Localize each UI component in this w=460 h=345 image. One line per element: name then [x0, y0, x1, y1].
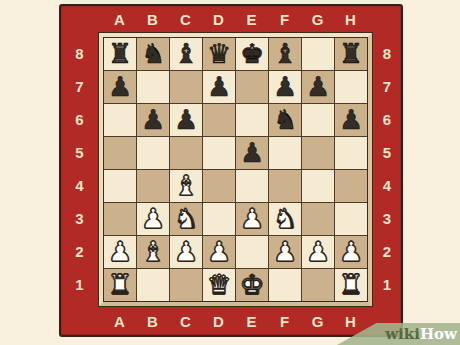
- file-label-bottom-c: C: [180, 314, 191, 329]
- square-f3: ♞: [269, 203, 301, 235]
- file-label-top-f: F: [280, 12, 289, 27]
- square-b8: ♞: [137, 38, 169, 70]
- square-e7: [236, 71, 268, 103]
- square-f6: ♞: [269, 104, 301, 136]
- square-d3: [203, 203, 235, 235]
- square-a4: [104, 170, 136, 202]
- white-queen-d1: ♛: [207, 271, 231, 298]
- file-label-bottom-h: H: [345, 314, 356, 329]
- square-f8: ♝: [269, 38, 301, 70]
- square-h5: [335, 137, 367, 169]
- white-pawn-b3: ♟: [141, 205, 165, 232]
- square-c6: ♟: [170, 104, 202, 136]
- file-label-top-c: C: [180, 12, 191, 27]
- square-e2: [236, 236, 268, 268]
- square-b3: ♟: [137, 203, 169, 235]
- white-rook-a1: ♜: [108, 271, 132, 298]
- square-d6: [203, 104, 235, 136]
- square-e4: [236, 170, 268, 202]
- rank-label-left-2: 2: [75, 244, 83, 259]
- square-c4: ♝: [170, 170, 202, 202]
- square-c5: [170, 137, 202, 169]
- black-rook-a8: ♜: [108, 40, 132, 67]
- file-label-top-g: G: [312, 12, 324, 27]
- square-h4: [335, 170, 367, 202]
- black-pawn-d7: ♟: [207, 73, 231, 100]
- file-label-bottom-a: A: [114, 314, 125, 329]
- file-label-bottom-b: B: [147, 314, 158, 329]
- file-labels-top: ABCDEFGH: [98, 6, 373, 32]
- white-pawn-c2: ♟: [174, 238, 198, 265]
- white-pawn-a2: ♟: [108, 238, 132, 265]
- black-bishop-c8: ♝: [174, 40, 198, 67]
- black-pawn-b6: ♟: [141, 106, 165, 133]
- board-bevel: ♜♞♝♛♚♝♜♟♟♟♟♟♟♞♟♟♝♟♞♟♞♟♝♟♟♟♟♟♜♛♚♜: [98, 32, 373, 307]
- rank-label-right-8: 8: [383, 46, 391, 61]
- black-pawn-h6: ♟: [339, 106, 363, 133]
- file-label-bottom-f: F: [280, 314, 289, 329]
- square-g7: ♟: [302, 71, 334, 103]
- square-c7: [170, 71, 202, 103]
- square-g5: [302, 137, 334, 169]
- rank-label-left-1: 1: [75, 277, 83, 292]
- rank-label-right-1: 1: [383, 277, 391, 292]
- board: ♜♞♝♛♚♝♜♟♟♟♟♟♟♞♟♟♝♟♞♟♞♟♝♟♟♟♟♟♜♛♚♜: [103, 37, 368, 302]
- white-knight-c3: ♞: [174, 205, 198, 232]
- square-b2: ♝: [137, 236, 169, 268]
- black-queen-d8: ♛: [207, 40, 231, 67]
- square-d4: [203, 170, 235, 202]
- square-a8: ♜: [104, 38, 136, 70]
- white-pawn-g2: ♟: [306, 238, 330, 265]
- square-h1: ♜: [335, 269, 367, 301]
- square-d8: ♛: [203, 38, 235, 70]
- file-label-top-h: H: [345, 12, 356, 27]
- square-f7: ♟: [269, 71, 301, 103]
- file-label-top-d: D: [213, 12, 224, 27]
- black-rook-h8: ♜: [339, 40, 363, 67]
- square-e5: ♟: [236, 137, 268, 169]
- rank-label-right-4: 4: [383, 178, 391, 193]
- black-pawn-g7: ♟: [306, 73, 330, 100]
- rank-label-left-7: 7: [75, 79, 83, 94]
- file-label-top-a: A: [114, 12, 125, 27]
- square-h3: [335, 203, 367, 235]
- black-knight-f6: ♞: [273, 106, 297, 133]
- black-knight-b8: ♞: [141, 40, 165, 67]
- square-g3: [302, 203, 334, 235]
- square-b7: [137, 71, 169, 103]
- square-b5: [137, 137, 169, 169]
- square-e1: ♚: [236, 269, 268, 301]
- white-pawn-f2: ♟: [273, 238, 297, 265]
- square-h6: ♟: [335, 104, 367, 136]
- square-f2: ♟: [269, 236, 301, 268]
- white-pawn-h2: ♟: [339, 238, 363, 265]
- square-a6: [104, 104, 136, 136]
- rank-label-right-7: 7: [383, 79, 391, 94]
- rank-labels-right: 87654321: [373, 32, 401, 307]
- watermark-wiki-text: wiki: [385, 325, 420, 343]
- file-label-top-b: B: [147, 12, 158, 27]
- white-knight-f3: ♞: [273, 205, 297, 232]
- square-b6: ♟: [137, 104, 169, 136]
- square-f1: [269, 269, 301, 301]
- square-g8: [302, 38, 334, 70]
- rank-label-right-6: 6: [383, 112, 391, 127]
- square-a3: [104, 203, 136, 235]
- rank-label-left-8: 8: [75, 46, 83, 61]
- square-c3: ♞: [170, 203, 202, 235]
- square-g4: [302, 170, 334, 202]
- square-a7: ♟: [104, 71, 136, 103]
- square-d1: ♛: [203, 269, 235, 301]
- square-h8: ♜: [335, 38, 367, 70]
- rank-label-left-6: 6: [75, 112, 83, 127]
- square-d7: ♟: [203, 71, 235, 103]
- square-d2: ♟: [203, 236, 235, 268]
- rank-label-left-4: 4: [75, 178, 83, 193]
- square-h7: [335, 71, 367, 103]
- white-bishop-b2: ♝: [141, 238, 165, 265]
- black-pawn-a7: ♟: [108, 73, 132, 100]
- square-e6: [236, 104, 268, 136]
- square-c1: [170, 269, 202, 301]
- square-a2: ♟: [104, 236, 136, 268]
- square-e8: ♚: [236, 38, 268, 70]
- square-g2: ♟: [302, 236, 334, 268]
- file-label-bottom-e: E: [246, 314, 256, 329]
- rank-label-right-5: 5: [383, 145, 391, 160]
- board-frame: ABCDEFGH 87654321 ♜♞♝♛♚♝♜♟♟♟♟♟♟♞♟♟♝♟♞♟♞♟…: [59, 4, 403, 337]
- file-label-top-e: E: [246, 12, 256, 27]
- black-bishop-f8: ♝: [273, 40, 297, 67]
- white-pawn-d2: ♟: [207, 238, 231, 265]
- watermark-how-text: How: [420, 325, 457, 343]
- chess-diagram: ABCDEFGH 87654321 ♜♞♝♛♚♝♜♟♟♟♟♟♟♞♟♟♝♟♞♟♞♟…: [0, 0, 460, 345]
- file-labels-bottom: ABCDEFGH: [98, 307, 373, 335]
- square-e3: ♟: [236, 203, 268, 235]
- square-c8: ♝: [170, 38, 202, 70]
- board-bevel-inner: ♜♞♝♛♚♝♜♟♟♟♟♟♟♞♟♟♝♟♞♟♞♟♝♟♟♟♟♟♜♛♚♜: [99, 33, 372, 306]
- white-pawn-e3: ♟: [240, 205, 264, 232]
- black-pawn-f7: ♟: [273, 73, 297, 100]
- square-b1: [137, 269, 169, 301]
- rank-label-right-2: 2: [383, 244, 391, 259]
- square-b4: [137, 170, 169, 202]
- rank-label-left-5: 5: [75, 145, 83, 160]
- square-h2: ♟: [335, 236, 367, 268]
- square-f4: [269, 170, 301, 202]
- black-pawn-e5: ♟: [240, 139, 264, 166]
- white-rook-h1: ♜: [339, 271, 363, 298]
- square-a1: ♜: [104, 269, 136, 301]
- file-label-bottom-g: G: [312, 314, 324, 329]
- white-king-e1: ♚: [240, 271, 264, 298]
- black-king-e8: ♚: [240, 40, 264, 67]
- black-pawn-c6: ♟: [174, 106, 198, 133]
- square-g1: [302, 269, 334, 301]
- rank-label-right-3: 3: [383, 211, 391, 226]
- square-g6: [302, 104, 334, 136]
- rank-labels-left: 87654321: [61, 32, 98, 307]
- rank-label-left-3: 3: [75, 211, 83, 226]
- square-d5: [203, 137, 235, 169]
- file-label-bottom-d: D: [213, 314, 224, 329]
- square-f5: [269, 137, 301, 169]
- white-bishop-c4: ♝: [174, 172, 198, 199]
- square-c2: ♟: [170, 236, 202, 268]
- square-a5: [104, 137, 136, 169]
